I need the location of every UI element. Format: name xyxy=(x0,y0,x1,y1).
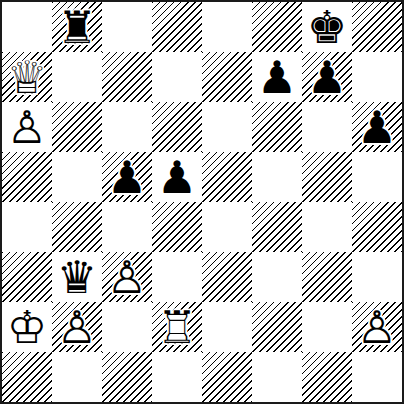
square-a7[interactable]: ♛♕ xyxy=(2,52,52,102)
black-pawn[interactable]: ♟♟ xyxy=(352,102,402,152)
square-g7[interactable]: ♟♟ xyxy=(302,52,352,102)
square-b1[interactable] xyxy=(52,352,102,402)
black-king[interactable]: ♚♚ xyxy=(302,2,352,52)
square-h5[interactable] xyxy=(352,152,402,202)
white-queen-glyph: ♕ xyxy=(2,52,52,102)
square-d1[interactable] xyxy=(152,352,202,402)
square-e1[interactable] xyxy=(202,352,252,402)
square-f3[interactable] xyxy=(252,252,302,302)
square-d7[interactable] xyxy=(152,52,202,102)
square-g5[interactable] xyxy=(302,152,352,202)
black-rook[interactable]: ♜♜ xyxy=(52,2,102,52)
square-c5[interactable]: ♟♟ xyxy=(102,152,152,202)
square-c2[interactable] xyxy=(102,302,152,352)
white-pawn[interactable]: ♟♙ xyxy=(102,252,152,302)
square-a2[interactable]: ♚♔ xyxy=(2,302,52,352)
white-king-glyph: ♔ xyxy=(2,302,52,352)
square-f1[interactable] xyxy=(252,352,302,402)
square-c3[interactable]: ♟♙ xyxy=(102,252,152,302)
square-a4[interactable] xyxy=(2,202,52,252)
square-f6[interactable] xyxy=(252,102,302,152)
square-h6[interactable]: ♟♟ xyxy=(352,102,402,152)
square-b8[interactable]: ♜♜ xyxy=(52,2,102,52)
square-d6[interactable] xyxy=(152,102,202,152)
square-c8[interactable] xyxy=(102,2,152,52)
square-g6[interactable] xyxy=(302,102,352,152)
square-c7[interactable] xyxy=(102,52,152,102)
black-pawn-glyph: ♟ xyxy=(102,152,152,202)
square-d5[interactable]: ♟♟ xyxy=(152,152,202,202)
square-h1[interactable] xyxy=(352,352,402,402)
square-h8[interactable] xyxy=(352,2,402,52)
black-pawn-glyph: ♟ xyxy=(352,102,402,152)
white-king[interactable]: ♚♔ xyxy=(2,302,52,352)
black-pawn-glyph: ♟ xyxy=(302,52,352,102)
square-f8[interactable] xyxy=(252,2,302,52)
square-b2[interactable]: ♟♙ xyxy=(52,302,102,352)
black-rook-glyph: ♜ xyxy=(52,2,102,52)
square-g8[interactable]: ♚♚ xyxy=(302,2,352,52)
square-c1[interactable] xyxy=(102,352,152,402)
square-g3[interactable] xyxy=(302,252,352,302)
white-rook-glyph: ♖ xyxy=(152,302,202,352)
square-e5[interactable] xyxy=(202,152,252,202)
chess-board: ♜♜♚♚♛♕♟♟♟♟♟♙♟♟♟♟♟♟♛♛♟♙♚♔♟♙♜♖♟♙ xyxy=(0,0,404,404)
square-c6[interactable] xyxy=(102,102,152,152)
square-b6[interactable] xyxy=(52,102,102,152)
white-pawn[interactable]: ♟♙ xyxy=(2,102,52,152)
square-d3[interactable] xyxy=(152,252,202,302)
square-b7[interactable] xyxy=(52,52,102,102)
square-a8[interactable] xyxy=(2,2,52,52)
white-pawn-glyph: ♙ xyxy=(52,302,102,352)
black-pawn[interactable]: ♟♟ xyxy=(102,152,152,202)
square-a1[interactable] xyxy=(2,352,52,402)
black-pawn-glyph: ♟ xyxy=(252,52,302,102)
white-pawn-glyph: ♙ xyxy=(2,102,52,152)
black-queen[interactable]: ♛♛ xyxy=(52,252,102,302)
square-e3[interactable] xyxy=(202,252,252,302)
black-queen-glyph: ♛ xyxy=(52,252,102,302)
square-f7[interactable]: ♟♟ xyxy=(252,52,302,102)
black-king-glyph: ♚ xyxy=(302,2,352,52)
square-f5[interactable] xyxy=(252,152,302,202)
square-h7[interactable] xyxy=(352,52,402,102)
square-g2[interactable] xyxy=(302,302,352,352)
square-b4[interactable] xyxy=(52,202,102,252)
black-pawn[interactable]: ♟♟ xyxy=(252,52,302,102)
square-c4[interactable] xyxy=(102,202,152,252)
square-b5[interactable] xyxy=(52,152,102,202)
white-rook[interactable]: ♜♖ xyxy=(152,302,202,352)
white-pawn-glyph: ♙ xyxy=(352,302,402,352)
square-e6[interactable] xyxy=(202,102,252,152)
square-h2[interactable]: ♟♙ xyxy=(352,302,402,352)
square-h3[interactable] xyxy=(352,252,402,302)
square-g1[interactable] xyxy=(302,352,352,402)
square-g4[interactable] xyxy=(302,202,352,252)
square-d4[interactable] xyxy=(152,202,202,252)
square-e7[interactable] xyxy=(202,52,252,102)
white-pawn-glyph: ♙ xyxy=(102,252,152,302)
black-pawn[interactable]: ♟♟ xyxy=(152,152,202,202)
black-pawn-glyph: ♟ xyxy=(152,152,202,202)
square-f4[interactable] xyxy=(252,202,302,252)
black-pawn[interactable]: ♟♟ xyxy=(302,52,352,102)
white-queen[interactable]: ♛♕ xyxy=(2,52,52,102)
square-a5[interactable] xyxy=(2,152,52,202)
white-pawn[interactable]: ♟♙ xyxy=(352,302,402,352)
square-e8[interactable] xyxy=(202,2,252,52)
square-e4[interactable] xyxy=(202,202,252,252)
square-a6[interactable]: ♟♙ xyxy=(2,102,52,152)
square-b3[interactable]: ♛♛ xyxy=(52,252,102,302)
square-d8[interactable] xyxy=(152,2,202,52)
square-d2[interactable]: ♜♖ xyxy=(152,302,202,352)
square-e2[interactable] xyxy=(202,302,252,352)
square-a3[interactable] xyxy=(2,252,52,302)
square-h4[interactable] xyxy=(352,202,402,252)
square-f2[interactable] xyxy=(252,302,302,352)
white-pawn[interactable]: ♟♙ xyxy=(52,302,102,352)
